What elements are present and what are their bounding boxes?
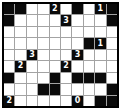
cell-r8c4[interactable]: [38, 84, 48, 94]
cell-r2c10[interactable]: [107, 15, 117, 25]
cell-r9c3[interactable]: [27, 96, 37, 106]
cell-r9c9[interactable]: [95, 96, 105, 106]
cell-r4c7[interactable]: [72, 38, 82, 48]
cell-r9c2[interactable]: [15, 96, 25, 106]
cell-r7c5[interactable]: [50, 73, 60, 83]
cell-r7c2[interactable]: [15, 73, 25, 83]
cell-r6c5[interactable]: [50, 61, 60, 71]
cell-r3c9[interactable]: [95, 27, 105, 37]
cell-r9c7[interactable]: 0: [72, 96, 82, 106]
cell-r3c7[interactable]: [72, 27, 82, 37]
cell-r1c3[interactable]: [27, 4, 37, 14]
cell-r7c3[interactable]: [27, 73, 37, 83]
cell-r9c4[interactable]: [38, 96, 48, 106]
cell-r8c6[interactable]: [61, 84, 71, 94]
cell-r7c9[interactable]: [95, 73, 105, 83]
puzzle-board-wrapper: 2131332220: [2, 2, 119, 108]
cell-r2c9[interactable]: [95, 15, 105, 25]
cell-r8c2[interactable]: [15, 84, 25, 94]
cell-r9c10[interactable]: [107, 96, 117, 106]
cell-r5c1[interactable]: [4, 50, 14, 60]
cell-r3c2[interactable]: [15, 27, 25, 37]
cell-r1c5[interactable]: 2: [50, 4, 60, 14]
cell-r9c1[interactable]: 2: [4, 96, 14, 106]
cell-r6c6[interactable]: 2: [61, 61, 71, 71]
cell-r1c6[interactable]: [61, 4, 71, 14]
cell-r7c4[interactable]: [38, 73, 48, 83]
cell-r6c10[interactable]: [107, 61, 117, 71]
cell-r2c4[interactable]: [38, 15, 48, 25]
cell-r8c5[interactable]: [50, 84, 60, 94]
cell-r5c9[interactable]: [95, 50, 105, 60]
cell-r1c8[interactable]: [84, 4, 94, 14]
cell-r8c10[interactable]: [107, 84, 117, 94]
cell-r2c1[interactable]: [4, 15, 14, 25]
cell-r6c2[interactable]: 2: [15, 61, 25, 71]
cell-r3c5[interactable]: [50, 27, 60, 37]
cell-r4c6[interactable]: [61, 38, 71, 48]
cell-r7c6[interactable]: [61, 73, 71, 83]
cell-r4c5[interactable]: [50, 38, 60, 48]
cell-r3c1[interactable]: [4, 27, 14, 37]
cell-r7c1[interactable]: [4, 73, 14, 83]
cell-r6c4[interactable]: [38, 61, 48, 71]
cell-r9c8[interactable]: [84, 96, 94, 106]
cell-r4c4[interactable]: [38, 38, 48, 48]
cell-r5c4[interactable]: [38, 50, 48, 60]
cell-r2c7[interactable]: [72, 15, 82, 25]
cell-r8c3[interactable]: [27, 84, 37, 94]
cell-r5c10[interactable]: [107, 50, 117, 60]
cell-r6c3[interactable]: [27, 61, 37, 71]
cell-r8c8[interactable]: [84, 84, 94, 94]
cell-r3c10[interactable]: [107, 27, 117, 37]
cell-r7c8[interactable]: [84, 73, 94, 83]
cell-r8c7[interactable]: [72, 84, 82, 94]
cell-r1c10[interactable]: [107, 4, 117, 14]
cell-r7c10[interactable]: [107, 73, 117, 83]
cell-r6c8[interactable]: [84, 61, 94, 71]
cell-r4c10[interactable]: [107, 38, 117, 48]
cell-r5c5[interactable]: [50, 50, 60, 60]
cell-r3c3[interactable]: [27, 27, 37, 37]
cell-r5c3[interactable]: 3: [27, 50, 37, 60]
cell-r7c7[interactable]: [72, 73, 82, 83]
cell-r9c6[interactable]: [61, 96, 71, 106]
cell-r1c4[interactable]: [38, 4, 48, 14]
cell-r6c9[interactable]: [95, 61, 105, 71]
cell-r2c2[interactable]: [15, 15, 25, 25]
cell-r5c2[interactable]: [15, 50, 25, 60]
cell-r6c1[interactable]: [4, 61, 14, 71]
cell-r5c7[interactable]: 3: [72, 50, 82, 60]
cell-r4c3[interactable]: [27, 38, 37, 48]
cell-r1c1[interactable]: [4, 4, 14, 14]
cell-r4c8[interactable]: [84, 38, 94, 48]
cell-r2c5[interactable]: [50, 15, 60, 25]
cell-r2c8[interactable]: [84, 15, 94, 25]
cell-r6c7[interactable]: [72, 61, 82, 71]
cell-r3c4[interactable]: [38, 27, 48, 37]
cell-r4c9[interactable]: 1: [95, 38, 105, 48]
cell-r4c2[interactable]: [15, 38, 25, 48]
cell-r5c6[interactable]: [61, 50, 71, 60]
cell-r1c7[interactable]: [72, 4, 82, 14]
cell-r4c1[interactable]: [4, 38, 14, 48]
cell-r2c3[interactable]: [27, 15, 37, 25]
cell-r8c1[interactable]: [4, 84, 14, 94]
cell-r1c9[interactable]: 1: [95, 4, 105, 14]
cell-r3c6[interactable]: [61, 27, 71, 37]
cell-r3c8[interactable]: [84, 27, 94, 37]
cell-r2c6[interactable]: 3: [61, 15, 71, 25]
cell-r8c9[interactable]: [95, 84, 105, 94]
puzzle-board: 2131332220: [2, 2, 119, 108]
cell-r5c8[interactable]: [84, 50, 94, 60]
cell-r1c2[interactable]: [15, 4, 25, 14]
cell-r9c5[interactable]: [50, 96, 60, 106]
